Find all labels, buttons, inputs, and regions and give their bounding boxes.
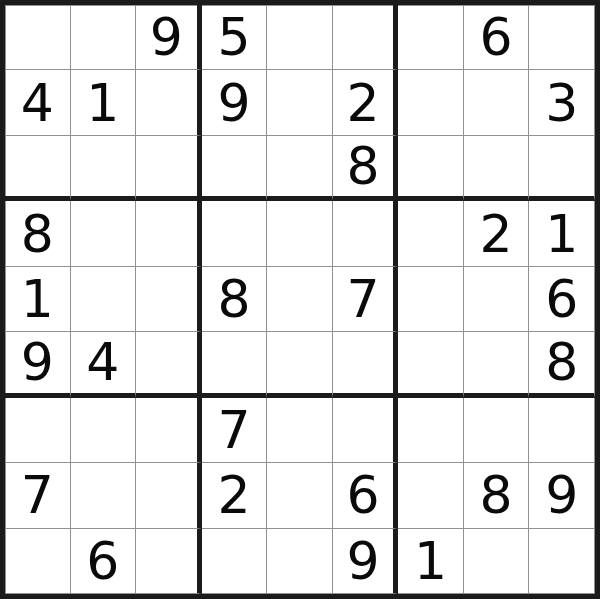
cell-r6c9[interactable]: 8: [529, 332, 595, 397]
cell-r7c3[interactable]: [136, 398, 202, 463]
cell-r7c6[interactable]: [333, 398, 399, 463]
cell-r3c6[interactable]: 8: [333, 136, 399, 201]
cell-r3c1[interactable]: [5, 136, 71, 201]
cell-r1c2[interactable]: [71, 5, 137, 70]
cell-r3c7[interactable]: [398, 136, 464, 201]
cell-r9c7[interactable]: 1: [398, 529, 464, 594]
cell-r4c2[interactable]: [71, 201, 137, 266]
given-digit: 2: [347, 77, 380, 129]
given-digit: 4: [86, 336, 119, 388]
cell-r9c5[interactable]: [267, 529, 333, 594]
cell-r8c9[interactable]: 9: [529, 463, 595, 528]
cell-r6c8[interactable]: [464, 332, 530, 397]
cell-r8c1[interactable]: 7: [5, 463, 71, 528]
cell-r5c1[interactable]: 1: [5, 267, 71, 332]
given-digit: 8: [217, 273, 250, 325]
cell-r6c7[interactable]: [398, 332, 464, 397]
cell-r1c7[interactable]: [398, 5, 464, 70]
cell-r3c3[interactable]: [136, 136, 202, 201]
cell-r3c5[interactable]: [267, 136, 333, 201]
cell-r9c2[interactable]: 6: [71, 529, 137, 594]
given-digit: 1: [545, 208, 578, 260]
cell-r2c9[interactable]: 3: [529, 70, 595, 135]
cell-r8c2[interactable]: [71, 463, 137, 528]
sudoku-board: 9564192388211876948772689691: [0, 0, 600, 599]
cell-r9c4[interactable]: [202, 529, 268, 594]
given-digit: 1: [86, 77, 119, 129]
cell-r3c4[interactable]: [202, 136, 268, 201]
cell-r8c8[interactable]: 8: [464, 463, 530, 528]
cell-r6c2[interactable]: 4: [71, 332, 137, 397]
cell-r4c4[interactable]: [202, 201, 268, 266]
cell-r2c1[interactable]: 4: [5, 70, 71, 135]
cell-r4c1[interactable]: 8: [5, 201, 71, 266]
cell-r9c3[interactable]: [136, 529, 202, 594]
cell-r5c4[interactable]: 8: [202, 267, 268, 332]
cell-r7c4[interactable]: 7: [202, 398, 268, 463]
cell-r5c2[interactable]: [71, 267, 137, 332]
cell-r7c5[interactable]: [267, 398, 333, 463]
cell-r1c3[interactable]: 9: [136, 5, 202, 70]
cell-r5c5[interactable]: [267, 267, 333, 332]
given-digit: 1: [414, 535, 447, 587]
given-digit: 6: [86, 535, 119, 587]
cell-r8c7[interactable]: [398, 463, 464, 528]
cell-r8c6[interactable]: 6: [333, 463, 399, 528]
cell-r8c3[interactable]: [136, 463, 202, 528]
cell-r8c5[interactable]: [267, 463, 333, 528]
cell-r5c8[interactable]: [464, 267, 530, 332]
cell-r2c8[interactable]: [464, 70, 530, 135]
given-digit: 7: [217, 404, 250, 456]
cell-r2c3[interactable]: [136, 70, 202, 135]
given-digit: 5: [217, 11, 250, 63]
given-digit: 8: [545, 336, 578, 388]
given-digit: 2: [217, 469, 250, 521]
cell-r1c8[interactable]: 6: [464, 5, 530, 70]
cell-r2c4[interactable]: 9: [202, 70, 268, 135]
cell-r4c6[interactable]: [333, 201, 399, 266]
cell-r5c6[interactable]: 7: [333, 267, 399, 332]
cell-r6c4[interactable]: [202, 332, 268, 397]
cell-r4c3[interactable]: [136, 201, 202, 266]
given-digit: 6: [545, 273, 578, 325]
cell-r7c8[interactable]: [464, 398, 530, 463]
cell-r4c9[interactable]: 1: [529, 201, 595, 266]
given-digit: 6: [347, 469, 380, 521]
cell-r7c1[interactable]: [5, 398, 71, 463]
cell-r9c6[interactable]: 9: [333, 529, 399, 594]
given-digit: 7: [21, 469, 54, 521]
cell-r4c5[interactable]: [267, 201, 333, 266]
cell-r9c1[interactable]: [5, 529, 71, 594]
given-digit: 9: [21, 336, 54, 388]
cell-r6c5[interactable]: [267, 332, 333, 397]
cell-r7c2[interactable]: [71, 398, 137, 463]
given-digit: 8: [21, 208, 54, 260]
cell-r4c8[interactable]: 2: [464, 201, 530, 266]
cell-r5c7[interactable]: [398, 267, 464, 332]
given-digit: 8: [347, 140, 380, 192]
given-digit: 6: [480, 11, 513, 63]
given-digit: 7: [347, 273, 380, 325]
cell-r3c9[interactable]: [529, 136, 595, 201]
given-digit: 8: [480, 469, 513, 521]
cell-r1c1[interactable]: [5, 5, 71, 70]
cell-r1c9[interactable]: [529, 5, 595, 70]
given-digit: 1: [21, 273, 54, 325]
cell-r1c6[interactable]: [333, 5, 399, 70]
cell-r6c1[interactable]: 9: [5, 332, 71, 397]
given-digit: 9: [545, 469, 578, 521]
given-digit: 2: [480, 208, 513, 260]
cell-r3c8[interactable]: [464, 136, 530, 201]
cell-r6c6[interactable]: [333, 332, 399, 397]
cell-r5c3[interactable]: [136, 267, 202, 332]
cell-r5c9[interactable]: 6: [529, 267, 595, 332]
given-digit: 3: [545, 77, 578, 129]
cell-r4c7[interactable]: [398, 201, 464, 266]
cell-r7c9[interactable]: [529, 398, 595, 463]
given-digit: 9: [217, 77, 250, 129]
cell-r8c4[interactable]: 2: [202, 463, 268, 528]
cell-r7c7[interactable]: [398, 398, 464, 463]
cell-r9c8[interactable]: [464, 529, 530, 594]
cell-r1c4[interactable]: 5: [202, 5, 268, 70]
cell-r9c9[interactable]: [529, 529, 595, 594]
cell-r2c6[interactable]: 2: [333, 70, 399, 135]
given-digit: 4: [21, 77, 54, 129]
cell-r3c2[interactable]: [71, 136, 137, 201]
cell-r2c5[interactable]: [267, 70, 333, 135]
cell-r2c2[interactable]: 1: [71, 70, 137, 135]
cell-r1c5[interactable]: [267, 5, 333, 70]
given-digit: 9: [347, 535, 380, 587]
cell-r2c7[interactable]: [398, 70, 464, 135]
cell-r6c3[interactable]: [136, 332, 202, 397]
given-digit: 9: [150, 11, 183, 63]
